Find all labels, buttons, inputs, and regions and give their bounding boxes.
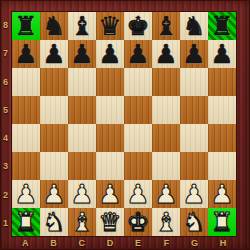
square-e3[interactable] [124,152,152,180]
file-label-f: F [152,236,180,250]
black-queen[interactable]: ♛ [96,12,124,40]
square-h4[interactable] [208,124,236,152]
white-pawn[interactable]: ♟ [152,180,180,208]
square-e8[interactable]: ♚ [124,12,152,40]
rank-label-7: 7 [0,39,11,67]
white-rook[interactable]: ♜ [208,208,236,236]
square-f5[interactable] [152,96,180,124]
black-knight[interactable]: ♞ [180,12,208,40]
white-pawn[interactable]: ♟ [68,180,96,208]
square-f7[interactable]: ♟ [152,40,180,68]
square-d7[interactable]: ♟ [96,40,124,68]
square-e2[interactable]: ♟ [124,180,152,208]
white-bishop[interactable]: ♝ [68,208,96,236]
square-a1[interactable]: ♜ [12,208,40,236]
square-h1[interactable]: ♜ [208,208,236,236]
square-b3[interactable] [40,152,68,180]
square-e6[interactable] [124,68,152,96]
square-g6[interactable] [180,68,208,96]
square-b8[interactable]: ♞ [40,12,68,40]
square-e4[interactable] [124,124,152,152]
square-c7[interactable]: ♟ [68,40,96,68]
rank-label-6: 6 [0,68,11,96]
black-pawn[interactable]: ♟ [40,40,68,68]
square-d4[interactable] [96,124,124,152]
square-b5[interactable] [40,96,68,124]
square-c1[interactable]: ♝ [68,208,96,236]
square-f4[interactable] [152,124,180,152]
white-queen[interactable]: ♛ [96,208,124,236]
file-label-c: C [68,236,96,250]
square-b2[interactable]: ♟ [40,180,68,208]
square-d1[interactable]: ♛ [96,208,124,236]
square-f3[interactable] [152,152,180,180]
black-bishop[interactable]: ♝ [152,12,180,40]
black-rook[interactable]: ♜ [12,12,40,40]
black-pawn[interactable]: ♟ [208,40,236,68]
square-a3[interactable] [12,152,40,180]
square-h6[interactable] [208,68,236,96]
square-c4[interactable] [68,124,96,152]
square-c3[interactable] [68,152,96,180]
black-pawn[interactable]: ♟ [12,40,40,68]
square-a7[interactable]: ♟ [12,40,40,68]
black-pawn[interactable]: ♟ [68,40,96,68]
square-h8[interactable]: ♜ [208,12,236,40]
square-f6[interactable] [152,68,180,96]
file-label-b: B [39,236,67,250]
white-knight[interactable]: ♞ [180,208,208,236]
square-b1[interactable]: ♞ [40,208,68,236]
square-h7[interactable]: ♟ [208,40,236,68]
black-pawn[interactable]: ♟ [152,40,180,68]
square-b6[interactable] [40,68,68,96]
file-label-d: D [96,236,124,250]
square-g1[interactable]: ♞ [180,208,208,236]
rank-label-8: 8 [0,11,11,39]
square-b4[interactable] [40,124,68,152]
square-a5[interactable] [12,96,40,124]
black-pawn[interactable]: ♟ [96,40,124,68]
black-king[interactable]: ♚ [124,12,152,40]
white-pawn[interactable]: ♟ [180,180,208,208]
square-d8[interactable]: ♛ [96,12,124,40]
rank-label-4: 4 [0,124,11,152]
square-a2[interactable]: ♟ [12,180,40,208]
white-pawn[interactable]: ♟ [208,180,236,208]
black-knight[interactable]: ♞ [40,12,68,40]
rank-label-5: 5 [0,96,11,124]
square-d2[interactable]: ♟ [96,180,124,208]
square-f2[interactable]: ♟ [152,180,180,208]
square-d5[interactable] [96,96,124,124]
chess-board: ♜♞♝♛♚♝♞♜♟♟♟♟♟♟♟♟♟♟♟♟♟♟♟♟♜♞♝♛♚♝♞♜ [11,11,237,237]
black-rook[interactable]: ♜ [208,12,236,40]
square-g3[interactable] [180,152,208,180]
file-label-a: A [11,236,39,250]
square-a8[interactable]: ♜ [12,12,40,40]
square-h3[interactable] [208,152,236,180]
rank-label-1: 1 [0,209,11,237]
square-e5[interactable] [124,96,152,124]
white-pawn[interactable]: ♟ [96,180,124,208]
file-label-e: E [124,236,152,250]
white-pawn[interactable]: ♟ [40,180,68,208]
square-g7[interactable]: ♟ [180,40,208,68]
square-a4[interactable] [12,124,40,152]
square-a6[interactable] [12,68,40,96]
square-e1[interactable]: ♚ [124,208,152,236]
file-label-h: H [209,236,237,250]
square-h5[interactable] [208,96,236,124]
white-bishop[interactable]: ♝ [152,208,180,236]
square-c5[interactable] [68,96,96,124]
square-f8[interactable]: ♝ [152,12,180,40]
square-d6[interactable] [96,68,124,96]
white-pawn[interactable]: ♟ [12,180,40,208]
file-label-g: G [181,236,209,250]
file-labels: ABCDEFGH [11,236,237,250]
square-b7[interactable]: ♟ [40,40,68,68]
rank-label-3: 3 [0,152,11,180]
rank-label-2: 2 [0,181,11,209]
square-c2[interactable]: ♟ [68,180,96,208]
black-bishop[interactable]: ♝ [68,12,96,40]
square-c6[interactable] [68,68,96,96]
white-rook[interactable]: ♜ [12,208,40,236]
square-g8[interactable]: ♞ [180,12,208,40]
square-g2[interactable]: ♟ [180,180,208,208]
white-knight[interactable]: ♞ [40,208,68,236]
white-pawn[interactable]: ♟ [124,180,152,208]
black-pawn[interactable]: ♟ [180,40,208,68]
rank-labels: 87654321 [0,11,11,237]
square-h2[interactable]: ♟ [208,180,236,208]
square-c8[interactable]: ♝ [68,12,96,40]
white-king[interactable]: ♚ [124,208,152,236]
square-e7[interactable]: ♟ [124,40,152,68]
square-f1[interactable]: ♝ [152,208,180,236]
black-pawn[interactable]: ♟ [124,40,152,68]
chessboard-frame: 87654321 ABCDEFGH ♜♞♝♛♚♝♞♜♟♟♟♟♟♟♟♟♟♟♟♟♟♟… [0,0,250,250]
square-d3[interactable] [96,152,124,180]
square-g4[interactable] [180,124,208,152]
square-g5[interactable] [180,96,208,124]
